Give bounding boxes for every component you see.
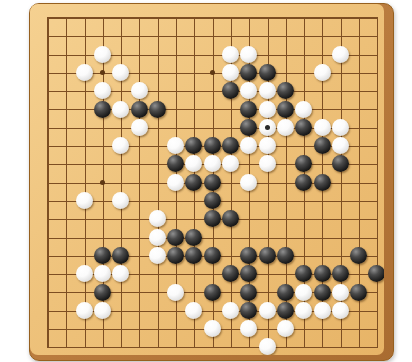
- board-grid[interactable]: [47, 17, 378, 348]
- go-board: [29, 3, 394, 361]
- board-face: [30, 4, 384, 355]
